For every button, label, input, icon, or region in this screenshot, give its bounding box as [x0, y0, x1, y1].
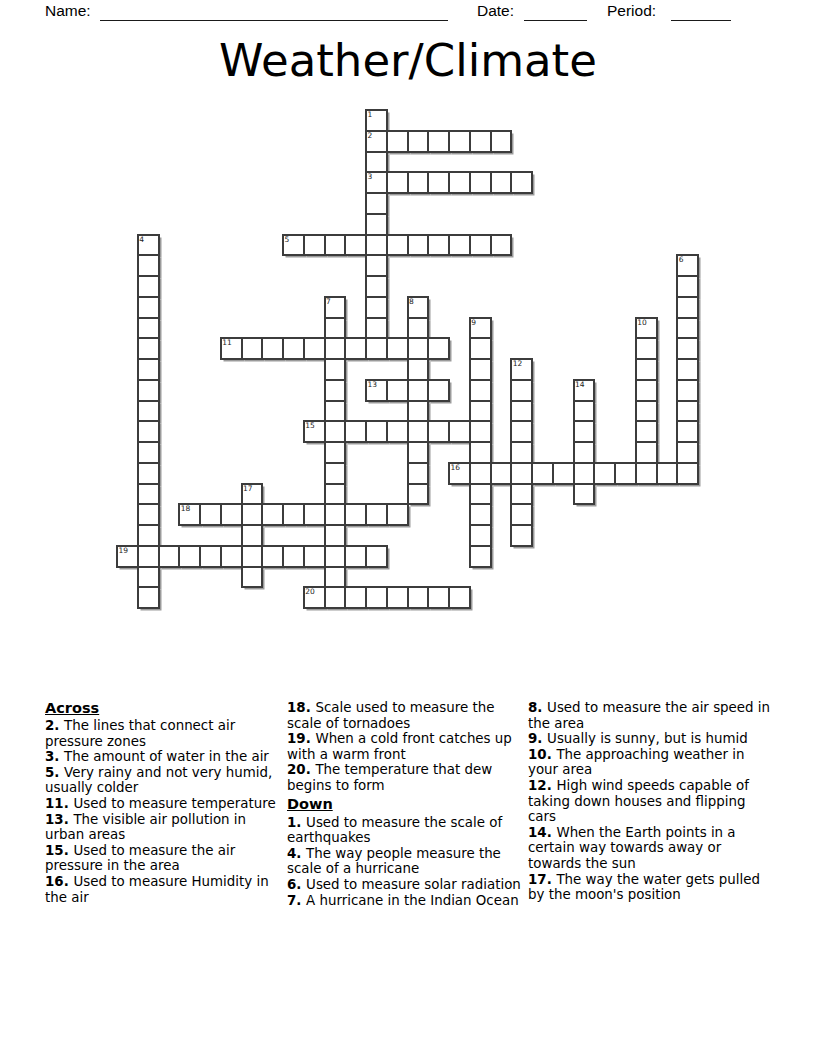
clue-7: 7. A hurricane in the Indian Ocean	[287, 893, 523, 909]
grid-cell-r13c19[interactable]	[511, 380, 532, 401]
clue-number-8: 8	[409, 297, 414, 306]
grid-cell-r6c16[interactable]	[449, 235, 470, 256]
clue-text: Scale used to measure the scale of torna…	[287, 700, 494, 731]
clue-number-5: 5	[285, 235, 290, 244]
grid-cell-r21c7[interactable]	[262, 546, 283, 567]
grid-cell-r13c1[interactable]	[138, 380, 159, 401]
clue-text: A hurricane in the Indian Ocean	[306, 893, 519, 908]
grid-cell-r11c13[interactable]	[387, 338, 408, 359]
grid-cell-r12c14[interactable]	[408, 359, 429, 380]
grid-cell-r18c22[interactable]	[574, 484, 595, 505]
grid-cell-r10c1[interactable]	[138, 318, 159, 339]
clue-text: When the Earth points in a certain way t…	[528, 825, 736, 871]
grid-cell-r15c1[interactable]	[138, 421, 159, 442]
grid-cell-r21c5[interactable]	[221, 546, 242, 567]
grid-cell-r15c12[interactable]	[366, 421, 387, 442]
clue-number-label: 5.	[45, 765, 64, 780]
grid-cell-r13c12[interactable]: 13	[366, 380, 387, 401]
grid-cell-r3c12[interactable]: 3	[366, 172, 387, 193]
grid-cell-r21c3[interactable]	[179, 546, 200, 567]
clue-number-label: 2.	[45, 718, 64, 733]
clue-number-18: 18	[181, 504, 191, 513]
clue-column-2: 18. Scale used to measure the scale of t…	[287, 700, 523, 908]
grid-cell-r15c25[interactable]	[636, 421, 657, 442]
grid-cell-r23c12[interactable]	[366, 587, 387, 608]
grid-cell-r16c14[interactable]	[408, 442, 429, 463]
grid-cell-r7c27[interactable]: 6	[677, 255, 698, 276]
clue-number-label: 3.	[45, 749, 64, 764]
clue-14: 14. When the Earth points in a certain w…	[528, 825, 776, 872]
grid-cell-r3c16[interactable]	[449, 172, 470, 193]
grid-cell-r3c19[interactable]	[511, 172, 532, 193]
grid-cell-r14c27[interactable]	[677, 401, 698, 422]
grid-cell-r18c19[interactable]	[511, 484, 532, 505]
grid-cell-r6c12[interactable]	[366, 235, 387, 256]
grid-cell-r19c1[interactable]	[138, 504, 159, 525]
grid-cell-r12c1[interactable]	[138, 359, 159, 380]
clue-text: Used to measure the air speed in the are…	[528, 700, 770, 731]
grid-cell-r9c12[interactable]	[366, 297, 387, 318]
grid-cell-r21c2[interactable]	[159, 546, 180, 567]
clue-text: The temperature that dew begins to form	[287, 762, 492, 793]
grid-cell-r11c7[interactable]	[262, 338, 283, 359]
grid-cell-r17c21[interactable]	[553, 463, 574, 484]
clue-number-7: 7	[326, 297, 331, 306]
grid-cell-r14c17[interactable]	[470, 401, 491, 422]
period-field[interactable]	[671, 4, 731, 21]
grid-cell-r14c14[interactable]	[408, 401, 429, 422]
grid-cell-r21c12[interactable]	[366, 546, 387, 567]
clue-column-1: Across2. The lines that connect air pres…	[45, 700, 281, 905]
clue-18: 18. Scale used to measure the scale of t…	[287, 700, 523, 731]
grid-cell-r16c25[interactable]	[636, 442, 657, 463]
grid-cell-r8c27[interactable]	[677, 276, 698, 297]
clue-8: 8. Used to measure the air speed in the …	[528, 700, 776, 731]
grid-cell-r1c14[interactable]	[408, 131, 429, 152]
grid-cell-r11c15[interactable]	[428, 338, 449, 359]
grid-cell-r21c10[interactable]	[325, 546, 346, 567]
grid-cell-r6c14[interactable]	[408, 235, 429, 256]
grid-cell-r10c12[interactable]	[366, 318, 387, 339]
grid-cell-r11c9[interactable]	[304, 338, 325, 359]
grid-cell-r8c12[interactable]	[366, 276, 387, 297]
grid-cell-r19c19[interactable]	[511, 504, 532, 525]
grid-cell-r13c27[interactable]	[677, 380, 698, 401]
clue-number-label: 16.	[45, 874, 73, 889]
grid-cell-r19c3[interactable]: 18	[179, 504, 200, 525]
clue-number-19: 19	[119, 546, 129, 555]
grid-cell-r19c11[interactable]	[345, 504, 366, 525]
clue-number-6: 6	[679, 255, 684, 264]
grid-cell-r1c16[interactable]	[449, 131, 470, 152]
grid-cell-r15c16[interactable]	[449, 421, 470, 442]
clue-number-3: 3	[368, 172, 373, 181]
clue-text: The way people measure the scale of a hu…	[287, 846, 501, 877]
clue-13: 13. The visible air pollution in urban a…	[45, 812, 281, 843]
grid-cell-r15c10[interactable]	[325, 421, 346, 442]
grid-cell-r11c10[interactable]	[325, 338, 346, 359]
grid-cell-r21c9[interactable]	[304, 546, 325, 567]
date-field[interactable]	[524, 4, 587, 21]
grid-cell-r13c17[interactable]	[470, 380, 491, 401]
grid-cell-r19c4[interactable]	[200, 504, 221, 525]
grid-cell-r16c22[interactable]	[574, 442, 595, 463]
worksheet-page: Name: Date: Period: Weather/Climate 1234…	[0, 0, 816, 1056]
grid-cell-r17c20[interactable]	[532, 463, 553, 484]
grid-cell-r11c8[interactable]	[283, 338, 304, 359]
clue-number-label: 1.	[287, 815, 306, 830]
grid-cell-r13c14[interactable]	[408, 380, 429, 401]
down-heading: Down	[287, 796, 523, 812]
grid-cell-r11c5[interactable]: 11	[221, 338, 242, 359]
grid-cell-r18c17[interactable]	[470, 484, 491, 505]
grid-cell-r15c15[interactable]	[428, 421, 449, 442]
clue-text: The visible air pollution in urban areas	[45, 812, 246, 843]
grid-cell-r17c27[interactable]	[677, 463, 698, 484]
grid-cell-r1c13[interactable]	[387, 131, 408, 152]
grid-cell-r6c18[interactable]	[491, 235, 512, 256]
grid-cell-r17c1[interactable]	[138, 463, 159, 484]
clue-number-label: 11.	[45, 796, 73, 811]
grid-cell-r17c18[interactable]	[491, 463, 512, 484]
grid-cell-r6c9[interactable]	[304, 235, 325, 256]
grid-cell-r3c13[interactable]	[387, 172, 408, 193]
grid-cell-r19c5[interactable]	[221, 504, 242, 525]
grid-cell-r14c10[interactable]	[325, 401, 346, 422]
grid-cell-r6c11[interactable]	[345, 235, 366, 256]
clue-number-label: 12.	[528, 778, 556, 793]
grid-cell-r10c10[interactable]	[325, 318, 346, 339]
grid-cell-r9c1[interactable]	[138, 297, 159, 318]
grid-cell-r11c27[interactable]	[677, 338, 698, 359]
grid-cell-r23c9[interactable]: 20	[304, 587, 325, 608]
grid-cell-r19c9[interactable]	[304, 504, 325, 525]
grid-cell-r21c11[interactable]	[345, 546, 366, 567]
grid-cell-r11c17[interactable]	[470, 338, 491, 359]
clue-number-4: 4	[139, 235, 144, 244]
grid-cell-r16c10[interactable]	[325, 442, 346, 463]
grid-cell-r3c18[interactable]	[491, 172, 512, 193]
clue-16: 16. Used to measure Humidity in the air	[45, 874, 281, 905]
grid-cell-r15c13[interactable]	[387, 421, 408, 442]
grid-cell-r16c17[interactable]	[470, 442, 491, 463]
grid-cell-r11c6[interactable]	[242, 338, 263, 359]
clue-number-label: 4.	[287, 846, 306, 861]
grid-cell-r14c22[interactable]	[574, 401, 595, 422]
clue-5: 5. Very rainy and not very humid, usuall…	[45, 765, 281, 796]
grid-cell-r22c6[interactable]	[242, 567, 263, 588]
grid-cell-r16c19[interactable]	[511, 442, 532, 463]
clue-2: 2. The lines that connect air pressure z…	[45, 718, 281, 749]
grid-cell-r23c11[interactable]	[345, 587, 366, 608]
clue-text: Used to measure the air pressure in the …	[45, 843, 235, 874]
grid-cell-r19c6[interactable]	[242, 504, 263, 525]
grid-cell-r21c1[interactable]	[138, 546, 159, 567]
grid-cell-r1c17[interactable]	[470, 131, 491, 152]
grid-cell-r12c17[interactable]	[470, 359, 491, 380]
grid-cell-r10c17[interactable]: 9	[470, 318, 491, 339]
date-label: Date:	[477, 2, 514, 20]
grid-cell-r19c17[interactable]	[470, 504, 491, 525]
grid-cell-r23c10[interactable]	[325, 587, 346, 608]
clue-number-label: 7.	[287, 893, 306, 908]
grid-cell-r19c7[interactable]	[262, 504, 283, 525]
clue-text: The approaching weather in your area	[528, 747, 745, 778]
grid-cell-r9c14[interactable]: 8	[408, 297, 429, 318]
grid-cell-r20c10[interactable]	[325, 525, 346, 546]
period-label: Period:	[607, 2, 656, 20]
grid-cell-r13c15[interactable]	[428, 380, 449, 401]
clue-number-17: 17	[243, 484, 253, 493]
clue-1: 1. Used to measure the scale of earthqua…	[287, 815, 523, 846]
grid-cell-r17c23[interactable]	[594, 463, 615, 484]
grid-cell-r17c17[interactable]	[470, 463, 491, 484]
grid-cell-r19c13[interactable]	[387, 504, 408, 525]
grid-cell-r17c25[interactable]	[636, 463, 657, 484]
grid-cell-r12c10[interactable]	[325, 359, 346, 380]
grid-cell-r20c19[interactable]	[511, 525, 532, 546]
clue-number-10: 10	[637, 318, 647, 327]
grid-cell-r2c12[interactable]	[366, 152, 387, 173]
grid-cell-r14c25[interactable]	[636, 401, 657, 422]
across-heading: Across	[45, 700, 281, 716]
clue-number-label: 18.	[287, 700, 315, 715]
grid-cell-r11c14[interactable]	[408, 338, 429, 359]
grid-cell-r11c11[interactable]	[345, 338, 366, 359]
grid-cell-r23c14[interactable]	[408, 587, 429, 608]
clue-number-11: 11	[222, 338, 232, 347]
grid-cell-r16c27[interactable]	[677, 442, 698, 463]
grid-cell-r15c14[interactable]	[408, 421, 429, 442]
grid-cell-r15c22[interactable]	[574, 421, 595, 442]
grid-cell-r13c25[interactable]	[636, 380, 657, 401]
grid-cell-r20c17[interactable]	[470, 525, 491, 546]
clue-number-label: 15.	[45, 843, 73, 858]
page-title: Weather/Climate	[0, 34, 816, 87]
clue-number-16: 16	[451, 463, 461, 472]
clue-number-9: 9	[471, 318, 476, 327]
clue-6: 6. Used to measure solar radiation	[287, 877, 523, 893]
clue-text: The way the water gets pulled by the moo…	[528, 872, 760, 903]
clue-number-1: 1	[368, 110, 373, 119]
grid-cell-r18c6[interactable]: 17	[242, 484, 263, 505]
grid-cell-r8c1[interactable]	[138, 276, 159, 297]
grid-cell-r15c11[interactable]	[345, 421, 366, 442]
clue-number-15: 15	[305, 421, 315, 430]
grid-cell-r13c13[interactable]	[387, 380, 408, 401]
grid-cell-r12c27[interactable]	[677, 359, 698, 380]
grid-cell-r19c10[interactable]	[325, 504, 346, 525]
clue-12: 12. High wind speeds capable of taking d…	[528, 778, 776, 825]
grid-cell-r21c17[interactable]	[470, 546, 491, 567]
grid-cell-r18c14[interactable]	[408, 484, 429, 505]
grid-cell-r22c1[interactable]	[138, 567, 159, 588]
clue-17: 17. The way the water gets pulled by the…	[528, 872, 776, 903]
name-label: Name:	[45, 2, 91, 20]
grid-cell-r19c12[interactable]	[366, 504, 387, 525]
grid-cell-r15c17[interactable]	[470, 421, 491, 442]
grid-cell-r10c25[interactable]: 10	[636, 318, 657, 339]
grid-cell-r3c15[interactable]	[428, 172, 449, 193]
clue-number-label: 6.	[287, 877, 306, 892]
crossword-board: 1234567891011121314151617181920	[117, 110, 698, 608]
clue-column-3: 8. Used to measure the air speed in the …	[528, 700, 776, 903]
grid-cell-r11c1[interactable]	[138, 338, 159, 359]
grid-cell-r23c13[interactable]	[387, 587, 408, 608]
clue-3: 3. The amount of water in the air	[45, 749, 281, 765]
grid-cell-r18c10[interactable]	[325, 484, 346, 505]
clue-20: 20. The temperature that dew begins to f…	[287, 762, 523, 793]
grid-cell-r23c1[interactable]	[138, 587, 159, 608]
clue-number-13: 13	[368, 380, 378, 389]
clue-number-12: 12	[513, 359, 523, 368]
clue-9: 9. Usually is sunny, but is humid	[528, 731, 776, 747]
clue-number-14: 14	[575, 380, 585, 389]
grid-cell-r17c22[interactable]	[574, 463, 595, 484]
clue-11: 11. Used to measure temperature	[45, 796, 281, 812]
grid-cell-r6c15[interactable]	[428, 235, 449, 256]
clue-15: 15. Used to measure the air pressure in …	[45, 843, 281, 874]
clue-number-label: 13.	[45, 812, 73, 827]
clue-number-label: 14.	[528, 825, 556, 840]
grid-cell-r6c8[interactable]: 5	[283, 235, 304, 256]
grid-cell-r11c12[interactable]	[366, 338, 387, 359]
clue-text: Used to measure the scale of earthquakes	[287, 815, 502, 846]
grid-cell-r17c16[interactable]: 16	[449, 463, 470, 484]
clue-4: 4. The way people measure the scale of a…	[287, 846, 523, 877]
clue-text: The lines that connect air pressure zone…	[45, 718, 235, 749]
clue-text: Used to measure solar radiation	[306, 877, 521, 892]
grid-cell-r17c10[interactable]	[325, 463, 346, 484]
clue-text: High wind speeds capable of taking down …	[528, 778, 749, 824]
clue-number-label: 8.	[528, 700, 547, 715]
grid-cell-r10c27[interactable]	[677, 318, 698, 339]
grid-cell-r6c13[interactable]	[387, 235, 408, 256]
clue-text: The amount of water in the air	[64, 749, 269, 764]
clue-number-label: 10.	[528, 747, 556, 762]
clue-number-2: 2	[368, 131, 373, 140]
clue-text: Used to measure temperature	[73, 796, 275, 811]
clue-text: When a cold front catches up with a warm…	[287, 731, 512, 762]
grid-cell-r4c12[interactable]	[366, 193, 387, 214]
grid-cell-r9c10[interactable]: 7	[325, 297, 346, 318]
grid-cell-r20c1[interactable]	[138, 525, 159, 546]
grid-cell-r9c27[interactable]	[677, 297, 698, 318]
grid-cell-r15c19[interactable]	[511, 421, 532, 442]
grid-cell-r14c19[interactable]	[511, 401, 532, 422]
grid-cell-r6c10[interactable]	[325, 235, 346, 256]
grid-cell-r1c12[interactable]: 2	[366, 131, 387, 152]
grid-cell-r7c1[interactable]	[138, 255, 159, 276]
grid-cell-r12c19[interactable]: 12	[511, 359, 532, 380]
grid-cell-r11c25[interactable]	[636, 338, 657, 359]
grid-cell-r21c0[interactable]: 19	[117, 546, 138, 567]
clue-number-label: 17.	[528, 872, 556, 887]
clue-text: Very rainy and not very humid, usually c…	[45, 765, 272, 796]
grid-cell-r21c4[interactable]	[200, 546, 221, 567]
grid-cell-r13c22[interactable]: 14	[574, 380, 595, 401]
clue-number-label: 9.	[528, 731, 547, 746]
grid-cell-r12c25[interactable]	[636, 359, 657, 380]
grid-cell-r14c1[interactable]	[138, 401, 159, 422]
grid-cell-r21c8[interactable]	[283, 546, 304, 567]
grid-cell-r22c10[interactable]	[325, 567, 346, 588]
grid-cell-r3c14[interactable]	[408, 172, 429, 193]
grid-cell-r17c24[interactable]	[615, 463, 636, 484]
clue-text: Used to measure Humidity in the air	[45, 874, 269, 905]
grid-cell-r15c27[interactable]	[677, 421, 698, 442]
grid-cell-r13c10[interactable]	[325, 380, 346, 401]
clue-19: 19. When a cold front catches up with a …	[287, 731, 523, 762]
name-field[interactable]	[100, 4, 448, 21]
clue-text: Usually is sunny, but is humid	[547, 731, 748, 746]
grid-cell-r16c1[interactable]	[138, 442, 159, 463]
grid-cell-r5c12[interactable]	[366, 214, 387, 235]
grid-cell-r1c15[interactable]	[428, 131, 449, 152]
clue-number-20: 20	[305, 587, 315, 596]
grid-cell-r23c15[interactable]	[428, 587, 449, 608]
grid-cell-r20c6[interactable]	[242, 525, 263, 546]
grid-cell-r17c19[interactable]	[511, 463, 532, 484]
grid-cell-r17c14[interactable]	[408, 463, 429, 484]
grid-cell-r3c17[interactable]	[470, 172, 491, 193]
grid-cell-r10c14[interactable]	[408, 318, 429, 339]
grid-cell-r23c16[interactable]	[449, 587, 470, 608]
clue-10: 10. The approaching weather in your area	[528, 747, 776, 778]
grid-cell-r18c1[interactable]	[138, 484, 159, 505]
clue-number-label: 19.	[287, 731, 315, 746]
grid-cell-r6c1[interactable]: 4	[138, 235, 159, 256]
grid-cell-r6c17[interactable]	[470, 235, 491, 256]
grid-cell-r21c6[interactable]	[242, 546, 263, 567]
grid-cell-r17c26[interactable]	[657, 463, 678, 484]
grid-cell-r15c9[interactable]: 15	[304, 421, 325, 442]
clue-number-label: 20.	[287, 762, 315, 777]
grid-cell-r7c12[interactable]	[366, 255, 387, 276]
grid-cell-r19c8[interactable]	[283, 504, 304, 525]
grid-cell-r0c12[interactable]: 1	[366, 110, 387, 131]
grid-cell-r1c18[interactable]	[491, 131, 512, 152]
